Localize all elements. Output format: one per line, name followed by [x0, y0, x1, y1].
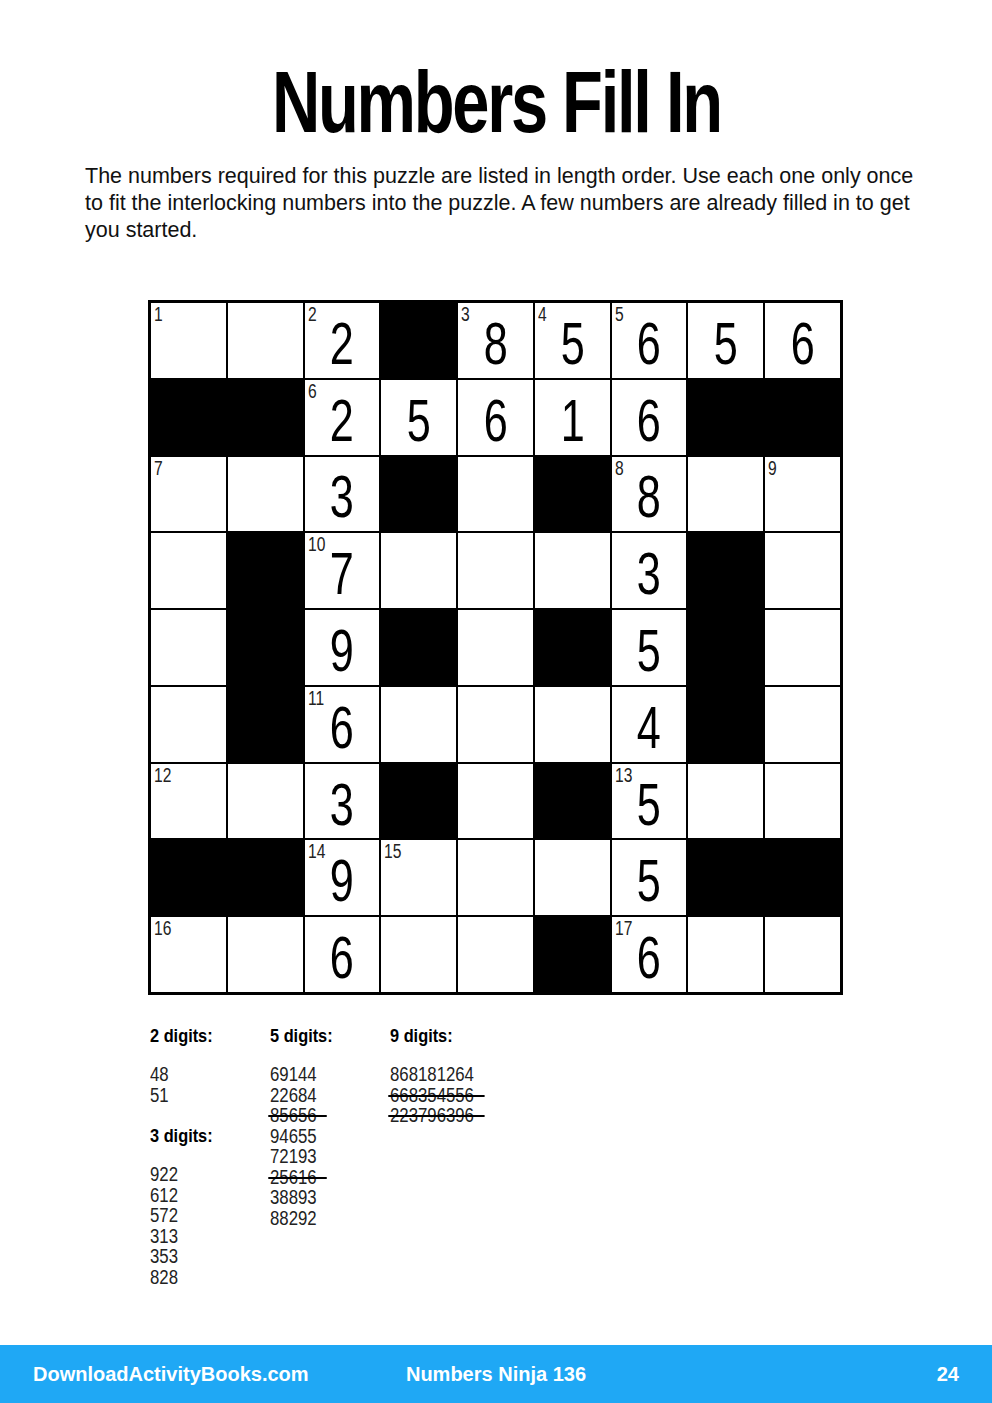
cell-r9c6	[534, 916, 611, 993]
clue-number: 5	[615, 304, 624, 324]
cell-value: 3	[330, 460, 354, 527]
cell-value: 5	[407, 384, 431, 451]
number-list-item: 612	[150, 1185, 178, 1206]
clue-number: 16	[154, 918, 171, 938]
cell-r5c1[interactable]	[150, 609, 227, 686]
footer-puzzle-name: Numbers Ninja 136	[0, 1363, 992, 1386]
cell-value: 2	[330, 307, 354, 374]
cell-r7c4	[380, 763, 457, 840]
cell-value: 6	[483, 384, 507, 451]
cell-r6c2	[227, 686, 304, 763]
clue-number: 10	[308, 534, 325, 554]
cell-r7c5[interactable]	[457, 763, 534, 840]
cell-r3c4	[380, 456, 457, 533]
cell-r3c2[interactable]	[227, 456, 304, 533]
cell-value: 5	[637, 768, 661, 835]
cell-r1c8[interactable]: 5	[687, 302, 764, 379]
cell-value: 5	[637, 614, 661, 681]
cell-r2c9	[764, 379, 841, 456]
cell-r2c4[interactable]: 5	[380, 379, 457, 456]
cell-r7c7[interactable]: 135	[611, 763, 688, 840]
clue-number: 13	[615, 765, 632, 785]
cell-r8c2	[227, 839, 304, 916]
cell-value: 4	[637, 691, 661, 758]
cell-r5c2	[227, 609, 304, 686]
clue-number: 9	[768, 458, 777, 478]
cell-r4c9[interactable]	[764, 532, 841, 609]
cell-r9c5[interactable]	[457, 916, 534, 993]
cell-value: 1	[560, 384, 584, 451]
number-list-item: 72193	[270, 1146, 317, 1167]
clue-number: 14	[308, 841, 325, 861]
cell-r1c7[interactable]: 56	[611, 302, 688, 379]
cell-r3c7[interactable]: 88	[611, 456, 688, 533]
cell-value: 6	[330, 691, 354, 758]
page-title-text: Numbers Fill In	[272, 56, 721, 148]
cell-value: 2	[330, 384, 354, 451]
cell-r7c8[interactable]	[687, 763, 764, 840]
cell-r2c6[interactable]: 1	[534, 379, 611, 456]
cell-r5c7[interactable]: 5	[611, 609, 688, 686]
cell-r1c4	[380, 302, 457, 379]
cell-r2c2	[227, 379, 304, 456]
number-list-item-crossed-out: 85656	[270, 1105, 317, 1126]
cell-r6c3[interactable]: 116	[304, 686, 381, 763]
clue-number: 1	[154, 304, 163, 324]
footer-page-number: 24	[937, 1363, 959, 1386]
list-column-3: 9 digits:868181264668354556223796396	[390, 1026, 488, 1287]
list-header: 2 digits:	[150, 1026, 253, 1046]
cell-r7c9[interactable]	[764, 763, 841, 840]
clue-number: 8	[615, 458, 624, 478]
cell-r4c6[interactable]	[534, 532, 611, 609]
number-list-item: 828	[150, 1267, 178, 1288]
cell-r7c1[interactable]: 12	[150, 763, 227, 840]
cell-r6c1[interactable]	[150, 686, 227, 763]
number-list-item: 69144	[270, 1064, 317, 1085]
cell-r2c8	[687, 379, 764, 456]
list-header: 5 digits:	[270, 1026, 373, 1046]
number-list-item: 572	[150, 1205, 178, 1226]
cell-r1c5[interactable]: 38	[457, 302, 534, 379]
cell-r4c4[interactable]	[380, 532, 457, 609]
cell-r6c8	[687, 686, 764, 763]
cell-value: 5	[637, 844, 661, 911]
puzzle-grid: 1223845565662561673889107395116412313514…	[148, 300, 843, 995]
number-list-item: 22684	[270, 1085, 317, 1106]
cell-r5c3[interactable]: 9	[304, 609, 381, 686]
number-list-item: 868181264	[390, 1064, 474, 1085]
page-title: Numbers Fill In	[0, 56, 992, 148]
cell-r5c9[interactable]	[764, 609, 841, 686]
cell-r7c6	[534, 763, 611, 840]
cell-value: 6	[637, 384, 661, 451]
clue-number: 17	[615, 918, 632, 938]
cell-r4c2	[227, 532, 304, 609]
cell-r3c1[interactable]: 7	[150, 456, 227, 533]
cell-value: 8	[483, 307, 507, 374]
cell-r8c4[interactable]: 15	[380, 839, 457, 916]
clue-number: 15	[384, 841, 401, 861]
cell-r8c3[interactable]: 149	[304, 839, 381, 916]
cell-value: 8	[637, 460, 661, 527]
cell-r9c9[interactable]	[764, 916, 841, 993]
cell-r3c9[interactable]: 9	[764, 456, 841, 533]
number-list-item: 38893	[270, 1187, 317, 1208]
cell-r8c7[interactable]: 5	[611, 839, 688, 916]
number-list-item-crossed-out: 223796396	[390, 1105, 474, 1126]
cell-r3c6	[534, 456, 611, 533]
cell-r7c3[interactable]: 3	[304, 763, 381, 840]
cell-r1c2[interactable]	[227, 302, 304, 379]
cell-r2c3[interactable]: 62	[304, 379, 381, 456]
number-list-item: 922	[150, 1164, 178, 1185]
number-lists: 2 digits:48513 digits:922612572313353828…	[150, 1026, 488, 1287]
cell-r3c8[interactable]	[687, 456, 764, 533]
cell-r9c1[interactable]: 16	[150, 916, 227, 993]
cell-r2c1	[150, 379, 227, 456]
cell-r6c5[interactable]	[457, 686, 534, 763]
list-column-1: 2 digits:48513 digits:922612572313353828	[150, 1026, 270, 1287]
cell-r5c6	[534, 609, 611, 686]
cell-r8c6[interactable]	[534, 839, 611, 916]
cell-r4c7[interactable]: 3	[611, 532, 688, 609]
cell-value: 6	[637, 307, 661, 374]
clue-number: 2	[308, 304, 317, 324]
cell-r4c8	[687, 532, 764, 609]
cell-r1c9[interactable]: 6	[764, 302, 841, 379]
clue-number: 12	[154, 765, 171, 785]
cell-value: 3	[330, 768, 354, 835]
cell-r8c9	[764, 839, 841, 916]
clue-number: 4	[538, 304, 547, 324]
number-list-item: 88292	[270, 1208, 317, 1229]
cell-value: 5	[560, 307, 584, 374]
number-list-item-crossed-out: 668354556	[390, 1085, 474, 1106]
clue-number: 11	[308, 688, 324, 708]
number-list-item: 353	[150, 1246, 178, 1267]
list-header: 3 digits:	[150, 1126, 253, 1146]
cell-value: 9	[330, 614, 354, 681]
number-list-item: 313	[150, 1226, 178, 1247]
number-list-item-crossed-out: 25616	[270, 1167, 317, 1188]
cell-r3c5[interactable]	[457, 456, 534, 533]
cell-r6c4[interactable]	[380, 686, 457, 763]
cell-value: 6	[637, 921, 661, 988]
footer-bar: DownloadActivityBooks.com Numbers Ninja …	[0, 1345, 992, 1403]
cell-value: 6	[330, 921, 354, 988]
cell-r4c5[interactable]	[457, 532, 534, 609]
list-header: 9 digits:	[390, 1026, 474, 1046]
cell-value: 3	[637, 537, 661, 604]
cell-r1c1[interactable]: 1	[150, 302, 227, 379]
cell-r1c6[interactable]: 45	[534, 302, 611, 379]
clue-number: 7	[154, 458, 163, 478]
cell-r8c5[interactable]	[457, 839, 534, 916]
cell-value: 5	[714, 307, 738, 374]
cell-r3c3[interactable]: 3	[304, 456, 381, 533]
cell-r1c3[interactable]: 22	[304, 302, 381, 379]
cell-r5c5[interactable]	[457, 609, 534, 686]
cell-r9c3[interactable]: 6	[304, 916, 381, 993]
cell-r7c2[interactable]	[227, 763, 304, 840]
cell-r9c2[interactable]	[227, 916, 304, 993]
cell-r8c8	[687, 839, 764, 916]
cell-r9c7[interactable]: 176	[611, 916, 688, 993]
clue-number: 3	[461, 304, 470, 324]
cell-r4c1[interactable]	[150, 532, 227, 609]
cell-r9c8[interactable]	[687, 916, 764, 993]
number-list-item: 51	[150, 1085, 169, 1106]
cell-value: 9	[330, 844, 354, 911]
cell-r6c7[interactable]: 4	[611, 686, 688, 763]
instructions-text: The numbers required for this puzzle are…	[85, 163, 923, 244]
cell-r9c4[interactable]	[380, 916, 457, 993]
cell-r6c9[interactable]	[764, 686, 841, 763]
list-column-2: 5 digits:6914422684856569465572193256163…	[270, 1026, 390, 1287]
cell-r6c6[interactable]	[534, 686, 611, 763]
clue-number: 6	[308, 381, 317, 401]
cell-r2c5[interactable]: 6	[457, 379, 534, 456]
cell-r8c1	[150, 839, 227, 916]
number-list-item: 48	[150, 1064, 169, 1085]
cell-r4c3[interactable]: 107	[304, 532, 381, 609]
cell-value: 6	[791, 307, 815, 374]
cell-value: 7	[330, 537, 354, 604]
cell-r5c4	[380, 609, 457, 686]
cell-r2c7[interactable]: 6	[611, 379, 688, 456]
cell-r5c8	[687, 609, 764, 686]
number-list-item: 94655	[270, 1126, 317, 1147]
